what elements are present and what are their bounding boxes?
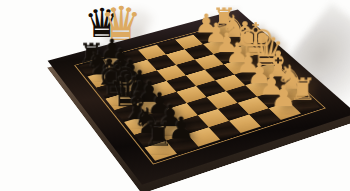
piece-white-pawn-a2[interactable]: ♟ xyxy=(270,82,296,111)
square-c4[interactable] xyxy=(207,91,238,109)
board-wrapper: ♜♞♝♚♛♝♞♜♟♟♟♟♟♟♟♟♟♟♟♟♟♟♟♟♜♞♝♚♛♝♞♜ xyxy=(0,0,350,191)
chess-set-photo: ♛ ♛ ♜♞♝♚♛♝♞♜♟♟♟♟♟♟♟♟♟♟♟♟♟♟♟♟♜♞♝♚♛♝♞♜ xyxy=(0,0,350,191)
chess-board: ♜♞♝♚♛♝♞♜♟♟♟♟♟♟♟♟♟♟♟♟♟♟♟♟♜♞♝♚♛♝♞♜ xyxy=(48,10,350,185)
piece-black-rook-a8[interactable]: ♜ xyxy=(144,118,174,151)
board-pinstripe: ♜♞♝♚♛♝♞♜♟♟♟♟♟♟♟♟♟♟♟♟♟♟♟♟♜♞♝♚♛♝♞♜ xyxy=(74,22,326,164)
board-grid: ♜♞♝♚♛♝♞♜♟♟♟♟♟♟♟♟♟♟♟♟♟♟♟♟♜♞♝♚♛♝♞♜ xyxy=(79,25,320,161)
square-a8[interactable]: ♜ xyxy=(144,141,177,161)
